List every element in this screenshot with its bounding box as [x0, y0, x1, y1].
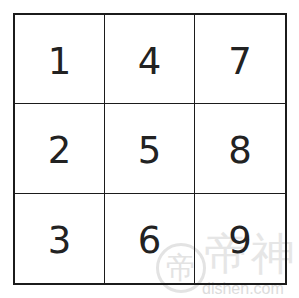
cell-r3c1: 3: [15, 194, 105, 283]
cell-r1c2: 4: [105, 15, 195, 104]
screenshot-stage: 帝 帝神 dishen.com 1 4 7 2 5 8 3 6 9: [0, 0, 299, 298]
nine-grid-board: 1 4 7 2 5 8 3 6 9: [13, 13, 287, 285]
cell-r2c3: 8: [195, 104, 285, 193]
cell-r2c1: 2: [15, 104, 105, 193]
cell-r1c3: 7: [195, 15, 285, 104]
cell-r2c2: 5: [105, 104, 195, 193]
cell-r3c2: 6: [105, 194, 195, 283]
cell-r1c1: 1: [15, 15, 105, 104]
cell-r3c3: 9: [195, 194, 285, 283]
